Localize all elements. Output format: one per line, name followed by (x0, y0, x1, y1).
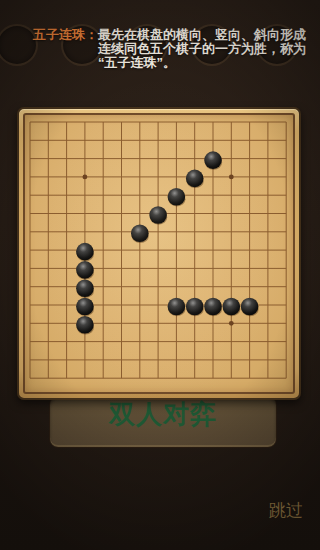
rule-text-line-1: 最先在棋盘的横向、竖向、斜向形成 (98, 28, 306, 42)
rule-title-label: 五子连珠： (33, 28, 98, 70)
black-stone (223, 298, 241, 316)
black-stone (186, 170, 204, 188)
star-point (83, 175, 88, 180)
black-stone (76, 261, 94, 279)
gomoku-board[interactable] (17, 107, 301, 400)
black-stone (131, 225, 149, 243)
black-stone (186, 298, 204, 316)
black-stone (76, 279, 94, 297)
rule-explanation: 五子连珠： 最先在棋盘的横向、竖向、斜向形成 连续同色五个棋子的一方为胜，称为 … (33, 28, 298, 70)
star-point (229, 175, 234, 180)
black-stone (76, 243, 94, 261)
star-point (229, 321, 234, 326)
grid-lines (30, 122, 286, 378)
black-stone (76, 298, 94, 316)
black-stone (149, 206, 167, 224)
black-stone (76, 316, 94, 334)
black-stone (204, 298, 222, 316)
two-player-match-button[interactable]: 双人对弈 (49, 396, 277, 448)
rule-text-line-2: 连续同色五个棋子的一方为胜，称为 (98, 42, 306, 56)
skip-button[interactable]: 跳过 (269, 501, 303, 521)
board-grid-svg (19, 109, 303, 402)
two-player-match-button-label: 双人对弈 (109, 399, 217, 429)
black-stone (204, 151, 222, 169)
rule-text: 最先在棋盘的横向、竖向、斜向形成 连续同色五个棋子的一方为胜，称为 “五子连珠”… (98, 28, 306, 70)
black-stone (241, 298, 259, 316)
black-stone (168, 188, 186, 206)
rule-text-line-3: “五子连珠”。 (98, 56, 306, 70)
tutorial-screen: 五子连珠： 最先在棋盘的横向、竖向、斜向形成 连续同色五个棋子的一方为胜，称为 … (0, 0, 320, 550)
black-stone (168, 298, 186, 316)
